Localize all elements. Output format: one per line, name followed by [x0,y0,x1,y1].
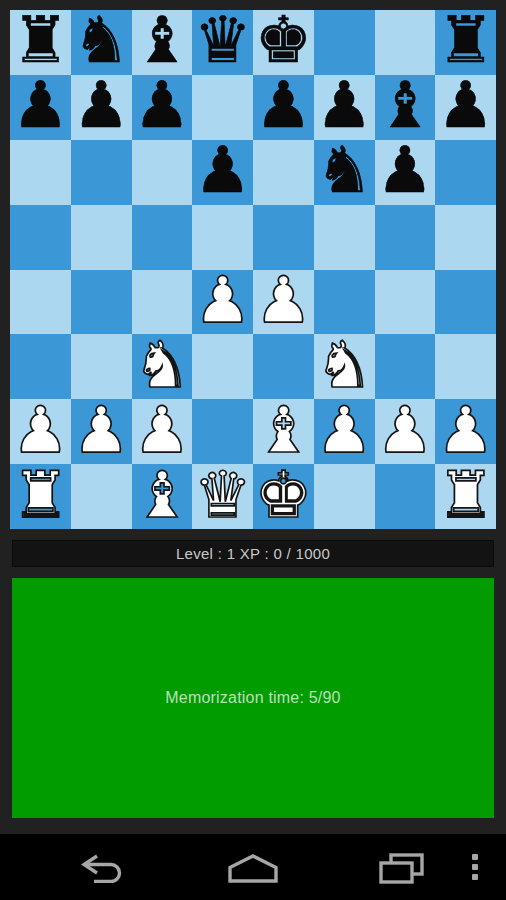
square-g6[interactable]: ♟ [375,140,436,205]
piece-white-pawn: ♟ [315,399,372,461]
piece-white-pawn: ♟ [12,399,69,461]
piece-black-bishop: ♝ [133,10,190,72]
home-icon[interactable] [228,854,278,883]
square-e2[interactable]: ♝ [253,399,314,464]
square-b4[interactable] [71,270,132,335]
square-f2[interactable]: ♟ [314,399,375,464]
piece-white-knight: ♞ [133,334,190,396]
piece-white-pawn: ♟ [376,399,433,461]
square-c2[interactable]: ♟ [132,399,193,464]
square-d6[interactable]: ♟ [192,140,253,205]
piece-white-queen: ♛ [194,464,251,526]
piece-white-knight: ♞ [315,334,372,396]
square-g1[interactable] [375,464,436,529]
square-g3[interactable] [375,334,436,399]
square-f7[interactable]: ♟ [314,75,375,140]
square-g5[interactable] [375,205,436,270]
recents-icon[interactable] [378,853,426,884]
memorization-panel[interactable]: Memorization time: 5/90 [12,578,494,818]
square-d3[interactable] [192,334,253,399]
piece-black-pawn: ♟ [72,75,129,137]
square-c3[interactable]: ♞ [132,334,193,399]
square-b6[interactable] [71,140,132,205]
square-b5[interactable] [71,205,132,270]
chess-board: ♜♞♝♛♚♜♟♟♟♟♟♝♟♟♞♟♟♟♞♞♟♟♟♝♟♟♟♜♝♛♚♜ [10,10,496,529]
piece-white-pawn: ♟ [255,270,312,332]
piece-black-king: ♚ [255,10,312,72]
android-nav-bar [0,834,506,900]
square-c6[interactable] [132,140,193,205]
square-d8[interactable]: ♛ [192,10,253,75]
square-c5[interactable] [132,205,193,270]
square-c7[interactable]: ♟ [132,75,193,140]
square-d5[interactable] [192,205,253,270]
piece-black-pawn: ♟ [133,75,190,137]
square-d7[interactable] [192,75,253,140]
square-g7[interactable]: ♝ [375,75,436,140]
piece-black-bishop: ♝ [376,75,433,137]
square-h6[interactable] [435,140,496,205]
square-h1[interactable]: ♜ [435,464,496,529]
memorization-timer-text: Memorization time: 5/90 [165,689,340,707]
piece-black-rook: ♜ [437,10,494,72]
level-xp-text: Level : 1 XP : 0 / 1000 [176,545,330,562]
square-d4[interactable]: ♟ [192,270,253,335]
square-a6[interactable] [10,140,71,205]
square-b7[interactable]: ♟ [71,75,132,140]
piece-black-pawn: ♟ [194,140,251,202]
square-b3[interactable] [71,334,132,399]
square-b1[interactable] [71,464,132,529]
piece-black-pawn: ♟ [255,75,312,137]
square-f5[interactable] [314,205,375,270]
piece-black-queen: ♛ [194,10,251,72]
square-a5[interactable] [10,205,71,270]
square-g2[interactable]: ♟ [375,399,436,464]
piece-white-king: ♚ [255,464,312,526]
piece-black-pawn: ♟ [12,75,69,137]
piece-white-pawn: ♟ [72,399,129,461]
square-g8[interactable] [375,10,436,75]
square-h4[interactable] [435,270,496,335]
app-screen: ♜♞♝♛♚♜♟♟♟♟♟♝♟♟♞♟♟♟♞♞♟♟♟♝♟♟♟♜♝♛♚♜ Level :… [0,0,506,900]
square-h5[interactable] [435,205,496,270]
back-icon[interactable] [81,854,127,883]
square-e5[interactable] [253,205,314,270]
square-c4[interactable] [132,270,193,335]
square-f1[interactable] [314,464,375,529]
square-d2[interactable] [192,399,253,464]
piece-white-rook: ♜ [437,464,494,526]
piece-black-rook: ♜ [12,10,69,72]
square-h7[interactable]: ♟ [435,75,496,140]
piece-black-pawn: ♟ [376,140,433,202]
square-h3[interactable] [435,334,496,399]
overflow-dot [472,874,478,880]
square-c8[interactable]: ♝ [132,10,193,75]
overflow-menu-icon[interactable] [472,854,478,880]
square-c1[interactable]: ♝ [132,464,193,529]
piece-white-rook: ♜ [12,464,69,526]
square-d1[interactable]: ♛ [192,464,253,529]
piece-white-pawn: ♟ [194,270,251,332]
square-a7[interactable]: ♟ [10,75,71,140]
square-f8[interactable] [314,10,375,75]
square-a2[interactable]: ♟ [10,399,71,464]
square-a8[interactable]: ♜ [10,10,71,75]
square-e1[interactable]: ♚ [253,464,314,529]
piece-black-knight: ♞ [315,140,372,202]
square-f6[interactable]: ♞ [314,140,375,205]
square-e8[interactable]: ♚ [253,10,314,75]
piece-white-bishop: ♝ [255,399,312,461]
square-a4[interactable] [10,270,71,335]
square-f3[interactable]: ♞ [314,334,375,399]
piece-black-pawn: ♟ [315,75,372,137]
square-f4[interactable] [314,270,375,335]
square-g4[interactable] [375,270,436,335]
level-xp-bar: Level : 1 XP : 0 / 1000 [12,540,494,567]
piece-white-pawn: ♟ [437,399,494,461]
piece-white-pawn: ♟ [133,399,190,461]
square-h2[interactable]: ♟ [435,399,496,464]
square-h8[interactable]: ♜ [435,10,496,75]
overflow-dot [472,854,478,860]
square-b2[interactable]: ♟ [71,399,132,464]
piece-black-pawn: ♟ [437,75,494,137]
square-b8[interactable]: ♞ [71,10,132,75]
square-e3[interactable] [253,334,314,399]
square-e4[interactable]: ♟ [253,270,314,335]
square-e6[interactable] [253,140,314,205]
square-e7[interactable]: ♟ [253,75,314,140]
square-a1[interactable]: ♜ [10,464,71,529]
piece-black-knight: ♞ [72,10,129,72]
overflow-dot [472,864,478,870]
square-a3[interactable] [10,334,71,399]
piece-white-bishop: ♝ [133,464,190,526]
